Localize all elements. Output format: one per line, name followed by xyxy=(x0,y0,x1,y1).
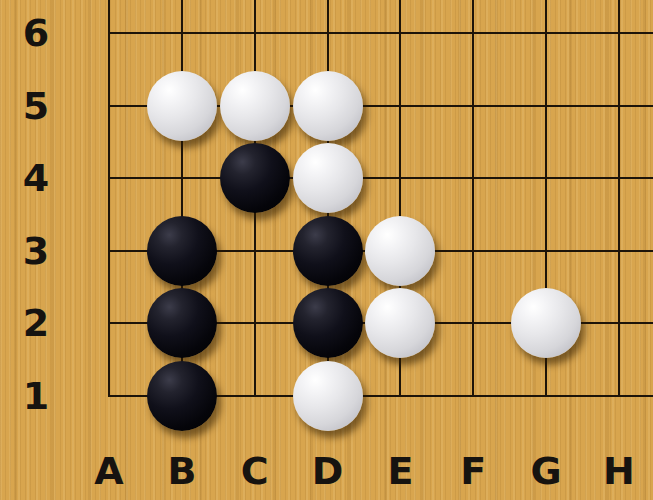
grid-line-row-4 xyxy=(108,177,653,179)
white-stone-G2 xyxy=(511,288,581,358)
grid-line-col-F xyxy=(472,0,474,397)
col-label-B: B xyxy=(146,446,218,496)
white-stone-B5 xyxy=(147,71,217,141)
black-stone-C4 xyxy=(220,143,290,213)
black-stone-D2 xyxy=(293,288,363,358)
white-stone-D5 xyxy=(293,71,363,141)
grid-line-row-6 xyxy=(108,32,653,34)
white-stone-C5 xyxy=(220,71,290,141)
grid-line-col-H xyxy=(618,0,620,397)
grid-line-col-A xyxy=(108,0,110,397)
go-board[interactable]: 6 5 4 3 2 1 A B C D E F G H xyxy=(0,0,653,500)
black-stone-D3 xyxy=(293,216,363,286)
white-stone-D1 xyxy=(293,361,363,431)
white-stone-E3 xyxy=(365,216,435,286)
row-label-1: 1 xyxy=(6,369,66,423)
row-label-4: 4 xyxy=(6,151,66,205)
col-label-C: C xyxy=(219,446,291,496)
row-label-6: 6 xyxy=(6,6,66,60)
col-label-H: H xyxy=(583,446,653,496)
black-stone-B3 xyxy=(147,216,217,286)
white-stone-E2 xyxy=(365,288,435,358)
col-label-F: F xyxy=(437,446,509,496)
black-stone-B2 xyxy=(147,288,217,358)
row-label-2: 2 xyxy=(6,296,66,350)
white-stone-D4 xyxy=(293,143,363,213)
row-label-5: 5 xyxy=(6,79,66,133)
col-label-G: G xyxy=(510,446,582,496)
row-label-3: 3 xyxy=(6,224,66,278)
col-label-D: D xyxy=(292,446,364,496)
col-label-A: A xyxy=(73,446,145,496)
col-label-E: E xyxy=(364,446,436,496)
black-stone-B1 xyxy=(147,361,217,431)
